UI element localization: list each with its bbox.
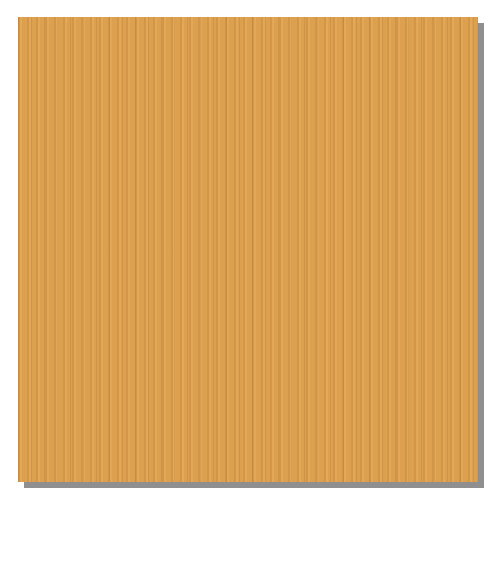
board-surface[interactable] [18, 17, 478, 482]
go-kifu-diagram [0, 0, 500, 561]
